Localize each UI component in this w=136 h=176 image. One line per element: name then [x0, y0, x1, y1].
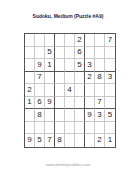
sudoku-cell	[105, 122, 115, 135]
sudoku-cell: 1	[45, 59, 55, 72]
sudoku-cell: 2	[85, 72, 95, 85]
sudoku-cell: 3	[85, 59, 95, 72]
sudoku-cell: 7	[35, 72, 45, 85]
sudoku-cell	[75, 84, 85, 97]
sudoku-cell	[55, 59, 65, 72]
sudoku-cell	[55, 97, 65, 110]
sudoku-cell	[25, 109, 35, 122]
sudoku-cell: 6	[35, 97, 45, 110]
sudoku-cell: 9	[35, 59, 45, 72]
sudoku-cell: 7	[45, 134, 55, 147]
sudoku-cell	[85, 47, 95, 60]
sudoku-cell: 1	[25, 97, 35, 110]
sudoku-cell	[75, 122, 85, 135]
sudoku-cell	[65, 97, 75, 110]
sudoku-cell	[65, 59, 75, 72]
sudoku-cell	[35, 47, 45, 60]
sudoku-cell	[65, 109, 75, 122]
sudoku-cell: 2	[25, 84, 35, 97]
sudoku-cell	[95, 122, 105, 135]
sudoku-cell: 7	[95, 97, 105, 110]
page-title: Sudoku, Medium (Puzzle #A9)	[0, 13, 136, 19]
sudoku-cell: 6	[75, 47, 85, 60]
sudoku-cell: 4	[65, 84, 75, 97]
sudoku-cell	[45, 34, 55, 47]
sudoku-cell	[55, 72, 65, 85]
sudoku-cell	[75, 134, 85, 147]
sudoku-cell	[65, 72, 75, 85]
sudoku-cell	[25, 47, 35, 60]
sudoku-cell: 8	[35, 109, 45, 122]
sudoku-cell	[65, 122, 75, 135]
sudoku-cell: 5	[75, 59, 85, 72]
sudoku-cell: 2	[95, 134, 105, 147]
sudoku-cell	[55, 109, 65, 122]
sudoku-cell: 7	[105, 34, 115, 47]
sudoku-cell	[95, 59, 105, 72]
sudoku-cell: 3	[95, 109, 105, 122]
sudoku-cell	[45, 72, 55, 85]
footer-url: www.printmysudoku.com	[0, 162, 136, 167]
sudoku-cell: 5	[105, 109, 115, 122]
sudoku-cell: 1	[105, 134, 115, 147]
sudoku-cell	[85, 122, 95, 135]
sudoku-cell	[45, 122, 55, 135]
sudoku-cell	[95, 84, 105, 97]
sudoku-cell	[25, 122, 35, 135]
sudoku-cell	[105, 59, 115, 72]
sudoku-cell: 5	[45, 47, 55, 60]
sudoku-cell	[25, 34, 35, 47]
sudoku-cell: 8	[95, 72, 105, 85]
sudoku-cell	[55, 122, 65, 135]
sudoku-cell: 5	[35, 134, 45, 147]
sudoku-cell: 9	[25, 134, 35, 147]
sudoku-cell	[85, 97, 95, 110]
sudoku-cell: 9	[45, 97, 55, 110]
sudoku-cell	[55, 34, 65, 47]
sudoku-cell	[55, 84, 65, 97]
sudoku-cell: 3	[105, 72, 115, 85]
sudoku-grid: 2756915372832416978935957821	[24, 33, 116, 148]
sudoku-cell	[95, 34, 105, 47]
sudoku-cell	[25, 72, 35, 85]
sudoku-cell	[75, 72, 85, 85]
sudoku-cell	[65, 134, 75, 147]
sudoku-cell	[65, 34, 75, 47]
sudoku-cell	[35, 34, 45, 47]
sudoku-cell	[85, 34, 95, 47]
sudoku-cell	[65, 47, 75, 60]
sudoku-cell	[55, 47, 65, 60]
sudoku-cell	[95, 47, 105, 60]
sudoku-cell	[35, 122, 45, 135]
sudoku-cell	[85, 134, 95, 147]
sudoku-cell	[35, 84, 45, 97]
sudoku-cell	[85, 84, 95, 97]
sudoku-cell	[75, 97, 85, 110]
sudoku-cell	[105, 47, 115, 60]
sudoku-cell	[45, 109, 55, 122]
sudoku-cell: 2	[75, 34, 85, 47]
sudoku-cell	[75, 109, 85, 122]
sudoku-cell: 9	[85, 109, 95, 122]
sudoku-cell	[25, 59, 35, 72]
sudoku-cell	[105, 84, 115, 97]
sudoku-cell	[45, 84, 55, 97]
sudoku-cell	[105, 97, 115, 110]
sudoku-cell: 8	[55, 134, 65, 147]
printable-sudoku-page: Sudoku, Medium (Puzzle #A9) 275691537283…	[0, 0, 136, 176]
